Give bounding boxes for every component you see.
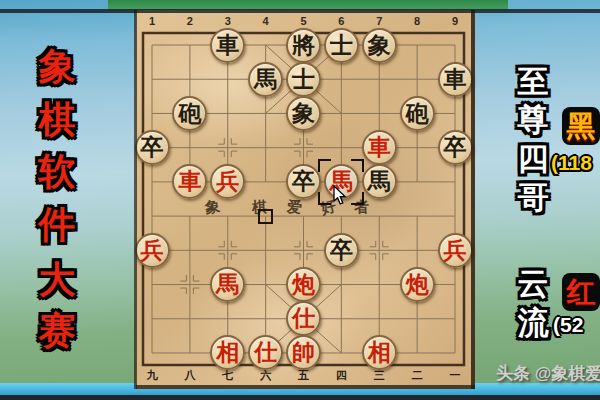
piece-black-pawn[interactable]: 卒 xyxy=(438,130,473,165)
mouse-cursor xyxy=(333,185,347,210)
black-player-rating: (118 xyxy=(551,151,592,175)
banner-char: 棋 xyxy=(39,99,76,141)
file-label-top: 5 xyxy=(293,15,315,27)
piece-black-elephant[interactable]: 象 xyxy=(362,28,397,63)
piece-char: 馬 xyxy=(216,269,239,300)
piece-red-pawn[interactable]: 兵 xyxy=(135,233,170,268)
piece-char: 士 xyxy=(330,30,353,61)
piece-char: 相 xyxy=(216,337,239,368)
file-label-top: 2 xyxy=(179,15,201,27)
piece-char: 車 xyxy=(216,30,239,61)
top-dark-edge xyxy=(0,9,600,13)
file-label-top: 7 xyxy=(368,15,390,27)
piece-char: 馬 xyxy=(368,166,391,197)
file-label-bottom: 五 xyxy=(293,368,315,383)
last-move-from-marker xyxy=(258,209,273,224)
file-label-bottom: 六 xyxy=(255,368,277,383)
file-label-bottom: 七 xyxy=(217,368,239,383)
piece-char: 相 xyxy=(368,337,391,368)
black-name-char: 四 xyxy=(518,141,549,177)
piece-char: 馬 xyxy=(254,64,277,95)
piece-red-chariot[interactable]: 車 xyxy=(362,130,397,165)
black-name-char: 尊 xyxy=(518,102,549,138)
xiangqi-board[interactable]: 123456789九八七六五四三二一象棋爱好者車將士象馬士車砲象砲卒車卒車兵卒馬… xyxy=(136,10,475,389)
file-label-top: 4 xyxy=(255,15,277,27)
red-name-char: 流 xyxy=(518,305,549,341)
river-watermark-char: 爱 xyxy=(286,197,303,217)
piece-black-pawn[interactable]: 卒 xyxy=(135,130,170,165)
board-right-edge xyxy=(471,10,475,389)
piece-char: 卒 xyxy=(292,166,315,197)
file-label-bottom: 一 xyxy=(444,368,466,383)
piece-char: 卒 xyxy=(141,132,164,163)
piece-char: 卒 xyxy=(444,132,467,163)
black-side-badge: 黑 xyxy=(562,107,600,145)
file-label-bottom: 二 xyxy=(406,368,428,383)
piece-black-cannon[interactable]: 砲 xyxy=(400,96,435,131)
piece-red-cannon[interactable]: 炮 xyxy=(286,267,321,302)
file-label-top: 6 xyxy=(330,15,352,27)
black-name-char: 哥 xyxy=(518,180,549,216)
piece-red-cannon[interactable]: 炮 xyxy=(400,267,435,302)
piece-black-general[interactable]: 將 xyxy=(286,28,321,63)
banner-char: 大 xyxy=(39,259,76,301)
piece-red-pawn[interactable]: 兵 xyxy=(438,233,473,268)
black-name-char: 至 xyxy=(518,64,549,100)
piece-char: 士 xyxy=(292,64,315,95)
piece-black-horse[interactable]: 馬 xyxy=(362,164,397,199)
piece-char: 砲 xyxy=(406,98,429,129)
board-bottom-edge xyxy=(136,385,475,389)
red-side-badge: 红 xyxy=(562,273,600,311)
banner-char: 软 xyxy=(39,151,76,193)
piece-black-advisor[interactable]: 士 xyxy=(324,28,359,63)
piece-char: 仕 xyxy=(254,337,277,368)
piece-char: 卒 xyxy=(330,235,353,266)
piece-char: 象 xyxy=(368,30,391,61)
piece-char: 砲 xyxy=(178,98,201,129)
file-label-bottom: 九 xyxy=(141,368,163,383)
piece-char: 象 xyxy=(292,98,315,129)
piece-char: 車 xyxy=(368,132,391,163)
piece-char: 車 xyxy=(178,166,201,197)
file-label-bottom: 四 xyxy=(330,368,352,383)
piece-char: 帥 xyxy=(292,337,315,368)
piece-char: 炮 xyxy=(406,269,429,300)
piece-char: 兵 xyxy=(216,166,239,197)
file-label-bottom: 三 xyxy=(368,368,390,383)
piece-black-chariot[interactable]: 車 xyxy=(438,62,473,97)
piece-black-horse[interactable]: 馬 xyxy=(248,62,283,97)
screenshot-root: 123456789九八七六五四三二一象棋爱好者車將士象馬士車砲象砲卒車卒車兵卒馬… xyxy=(0,0,600,400)
red-player-rating: (52 xyxy=(553,313,583,337)
piece-char: 車 xyxy=(444,64,467,95)
piece-red-elephant[interactable]: 相 xyxy=(362,335,397,370)
piece-char: 兵 xyxy=(444,235,467,266)
piece-black-chariot[interactable]: 車 xyxy=(210,28,245,63)
file-label-top: 8 xyxy=(406,15,428,27)
toutiao-watermark: 头条 @象棋爱 xyxy=(496,364,600,384)
bottom-dark-edge xyxy=(0,395,600,400)
board-left-edge xyxy=(134,10,137,389)
banner-char: 件 xyxy=(39,204,76,246)
banner-char: 赛 xyxy=(39,310,76,352)
piece-black-pawn[interactable]: 卒 xyxy=(324,233,359,268)
banner-char: 象 xyxy=(39,46,76,88)
file-label-bottom: 八 xyxy=(179,368,201,383)
file-label-top: 9 xyxy=(444,15,466,27)
piece-black-elephant[interactable]: 象 xyxy=(286,96,321,131)
piece-black-advisor[interactable]: 士 xyxy=(286,62,321,97)
file-label-top: 1 xyxy=(141,15,163,27)
file-label-top: 3 xyxy=(217,15,239,27)
piece-char: 兵 xyxy=(141,235,164,266)
river-watermark-char: 象 xyxy=(204,197,221,218)
red-name-char: 云 xyxy=(518,266,549,302)
piece-char: 炮 xyxy=(292,269,315,300)
piece-char: 將 xyxy=(292,30,315,61)
piece-char: 仕 xyxy=(292,303,315,334)
